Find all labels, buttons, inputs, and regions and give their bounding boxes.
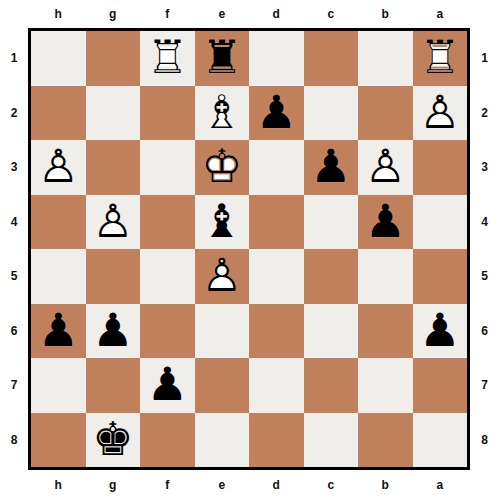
piece-fill-layer: ♟ — [86, 303, 141, 358]
black-rook: ♜ — [195, 31, 250, 86]
square-e4[interactable]: ♝ — [195, 195, 250, 250]
black-king: ♚ — [86, 413, 141, 468]
rank-label-7: 7 — [470, 358, 499, 413]
file-label-a: a — [413, 470, 468, 499]
file-label-d: d — [249, 470, 304, 499]
chess-board: ♜♖♜♜♖♝♗♟♟♙♟♙♚♔♟♟♙♟♙♝♟♟♙♟♟♟♟♚ — [28, 28, 470, 470]
rank-label-4: 4 — [470, 195, 499, 250]
square-g4[interactable]: ♟♙ — [86, 195, 141, 250]
file-label-h: h — [31, 470, 86, 499]
square-c2[interactable] — [304, 86, 359, 141]
square-e6[interactable] — [195, 304, 250, 359]
piece-outline-layer: ♙ — [31, 139, 86, 194]
black-pawn: ♟ — [140, 358, 195, 413]
square-h4[interactable] — [31, 195, 86, 250]
square-a3[interactable] — [413, 140, 468, 195]
square-b6[interactable] — [358, 304, 413, 359]
piece-fill-layer: ♟ — [304, 139, 359, 194]
square-g5[interactable] — [86, 249, 141, 304]
black-pawn: ♟ — [31, 304, 86, 359]
rank-label-5: 5 — [470, 249, 499, 304]
square-f1[interactable]: ♜♖ — [140, 31, 195, 86]
black-pawn: ♟ — [413, 304, 468, 359]
white-pawn: ♟♙ — [86, 195, 141, 250]
white-pawn: ♟♙ — [358, 140, 413, 195]
piece-fill-layer: ♚ — [86, 412, 141, 467]
square-a4[interactable] — [413, 195, 468, 250]
piece-outline-layer: ♙ — [86, 194, 141, 249]
square-e5[interactable]: ♟♙ — [195, 249, 250, 304]
black-bishop: ♝ — [195, 195, 250, 250]
square-g1[interactable] — [86, 31, 141, 86]
square-d1[interactable] — [249, 31, 304, 86]
square-c7[interactable] — [304, 358, 359, 413]
square-h3[interactable]: ♟♙ — [31, 140, 86, 195]
rank-label-6: 6 — [470, 304, 499, 359]
rank-label-4: 4 — [0, 195, 28, 250]
square-f7[interactable]: ♟ — [140, 358, 195, 413]
rank-labels-left: 12345678 — [0, 31, 28, 467]
square-h8[interactable] — [31, 413, 86, 468]
file-label-f: f — [140, 470, 195, 499]
rank-label-2: 2 — [0, 86, 28, 141]
piece-fill-layer: ♝ — [195, 194, 250, 249]
white-pawn: ♟♙ — [31, 140, 86, 195]
white-pawn: ♟♙ — [195, 249, 250, 304]
file-label-b: b — [358, 470, 413, 499]
black-pawn: ♟ — [86, 304, 141, 359]
file-labels-top: hgfedcba — [31, 0, 467, 28]
square-a7[interactable] — [413, 358, 468, 413]
rank-label-3: 3 — [470, 140, 499, 195]
square-f6[interactable] — [140, 304, 195, 359]
square-c1[interactable] — [304, 31, 359, 86]
square-h2[interactable] — [31, 86, 86, 141]
piece-fill-layer: ♟ — [413, 303, 468, 358]
square-e1[interactable]: ♜ — [195, 31, 250, 86]
square-b2[interactable] — [358, 86, 413, 141]
square-c6[interactable] — [304, 304, 359, 359]
rank-label-8: 8 — [470, 413, 499, 468]
square-c5[interactable] — [304, 249, 359, 304]
file-label-e: e — [195, 0, 250, 28]
black-pawn: ♟ — [304, 140, 359, 195]
square-d2[interactable]: ♟ — [249, 86, 304, 141]
file-label-g: g — [86, 470, 141, 499]
file-label-c: c — [304, 470, 359, 499]
square-c3[interactable]: ♟ — [304, 140, 359, 195]
square-d6[interactable] — [249, 304, 304, 359]
rank-labels-right: 12345678 — [470, 31, 499, 467]
square-d8[interactable] — [249, 413, 304, 468]
square-b8[interactable] — [358, 413, 413, 468]
square-a2[interactable]: ♟♙ — [413, 86, 468, 141]
rank-label-2: 2 — [470, 86, 499, 141]
square-f4[interactable] — [140, 195, 195, 250]
rank-label-5: 5 — [0, 249, 28, 304]
file-label-d: d — [249, 0, 304, 28]
piece-outline-layer: ♖ — [140, 30, 195, 85]
rank-label-6: 6 — [0, 304, 28, 359]
square-e8[interactable] — [195, 413, 250, 468]
square-b1[interactable] — [358, 31, 413, 86]
file-label-e: e — [195, 470, 250, 499]
square-a1[interactable]: ♜♖ — [413, 31, 468, 86]
square-h7[interactable] — [31, 358, 86, 413]
piece-outline-layer: ♗ — [195, 85, 250, 140]
square-b5[interactable] — [358, 249, 413, 304]
square-d5[interactable] — [249, 249, 304, 304]
square-c4[interactable] — [304, 195, 359, 250]
piece-outline-layer: ♔ — [195, 139, 250, 194]
piece-outline-layer: ♙ — [195, 248, 250, 303]
square-a8[interactable] — [413, 413, 468, 468]
square-b3[interactable]: ♟♙ — [358, 140, 413, 195]
square-h6[interactable]: ♟ — [31, 304, 86, 359]
file-label-h: h — [31, 0, 86, 28]
square-e2[interactable]: ♝♗ — [195, 86, 250, 141]
piece-outline-layer: ♖ — [413, 30, 468, 85]
piece-outline-layer: ♙ — [358, 139, 413, 194]
square-a5[interactable] — [413, 249, 468, 304]
chess-diagram: hgfedcba hgfedcba 12345678 12345678 ♜♖♜♜… — [0, 0, 499, 499]
piece-outline-layer: ♙ — [413, 85, 468, 140]
square-e3[interactable]: ♚♔ — [195, 140, 250, 195]
black-pawn: ♟ — [249, 86, 304, 141]
square-d7[interactable] — [249, 358, 304, 413]
piece-fill-layer: ♟ — [358, 194, 413, 249]
square-g6[interactable]: ♟ — [86, 304, 141, 359]
piece-fill-layer: ♜ — [195, 30, 250, 85]
black-pawn: ♟ — [358, 195, 413, 250]
square-g8[interactable]: ♚ — [86, 413, 141, 468]
white-rook: ♜♖ — [140, 31, 195, 86]
square-f3[interactable] — [140, 140, 195, 195]
rank-label-1: 1 — [470, 31, 499, 86]
file-label-b: b — [358, 0, 413, 28]
white-king: ♚♔ — [195, 140, 250, 195]
square-c8[interactable] — [304, 413, 359, 468]
white-pawn: ♟♙ — [413, 86, 468, 141]
square-h5[interactable] — [31, 249, 86, 304]
white-rook: ♜♖ — [413, 31, 468, 86]
square-b4[interactable]: ♟ — [358, 195, 413, 250]
square-h1[interactable] — [31, 31, 86, 86]
file-label-g: g — [86, 0, 141, 28]
piece-fill-layer: ♟ — [31, 303, 86, 358]
file-label-f: f — [140, 0, 195, 28]
piece-fill-layer: ♟ — [140, 357, 195, 412]
piece-fill-layer: ♟ — [249, 85, 304, 140]
square-g2[interactable] — [86, 86, 141, 141]
rank-label-3: 3 — [0, 140, 28, 195]
square-f2[interactable] — [140, 86, 195, 141]
square-f5[interactable] — [140, 249, 195, 304]
square-f8[interactable] — [140, 413, 195, 468]
square-d3[interactable] — [249, 140, 304, 195]
file-label-a: a — [413, 0, 468, 28]
square-g3[interactable] — [86, 140, 141, 195]
square-b7[interactable] — [358, 358, 413, 413]
white-bishop: ♝♗ — [195, 86, 250, 141]
square-e7[interactable] — [195, 358, 250, 413]
file-labels-bottom: hgfedcba — [31, 470, 467, 499]
file-label-c: c — [304, 0, 359, 28]
rank-label-7: 7 — [0, 358, 28, 413]
rank-label-1: 1 — [0, 31, 28, 86]
square-a6[interactable]: ♟ — [413, 304, 468, 359]
rank-label-8: 8 — [0, 413, 28, 468]
square-g7[interactable] — [86, 358, 141, 413]
square-d4[interactable] — [249, 195, 304, 250]
